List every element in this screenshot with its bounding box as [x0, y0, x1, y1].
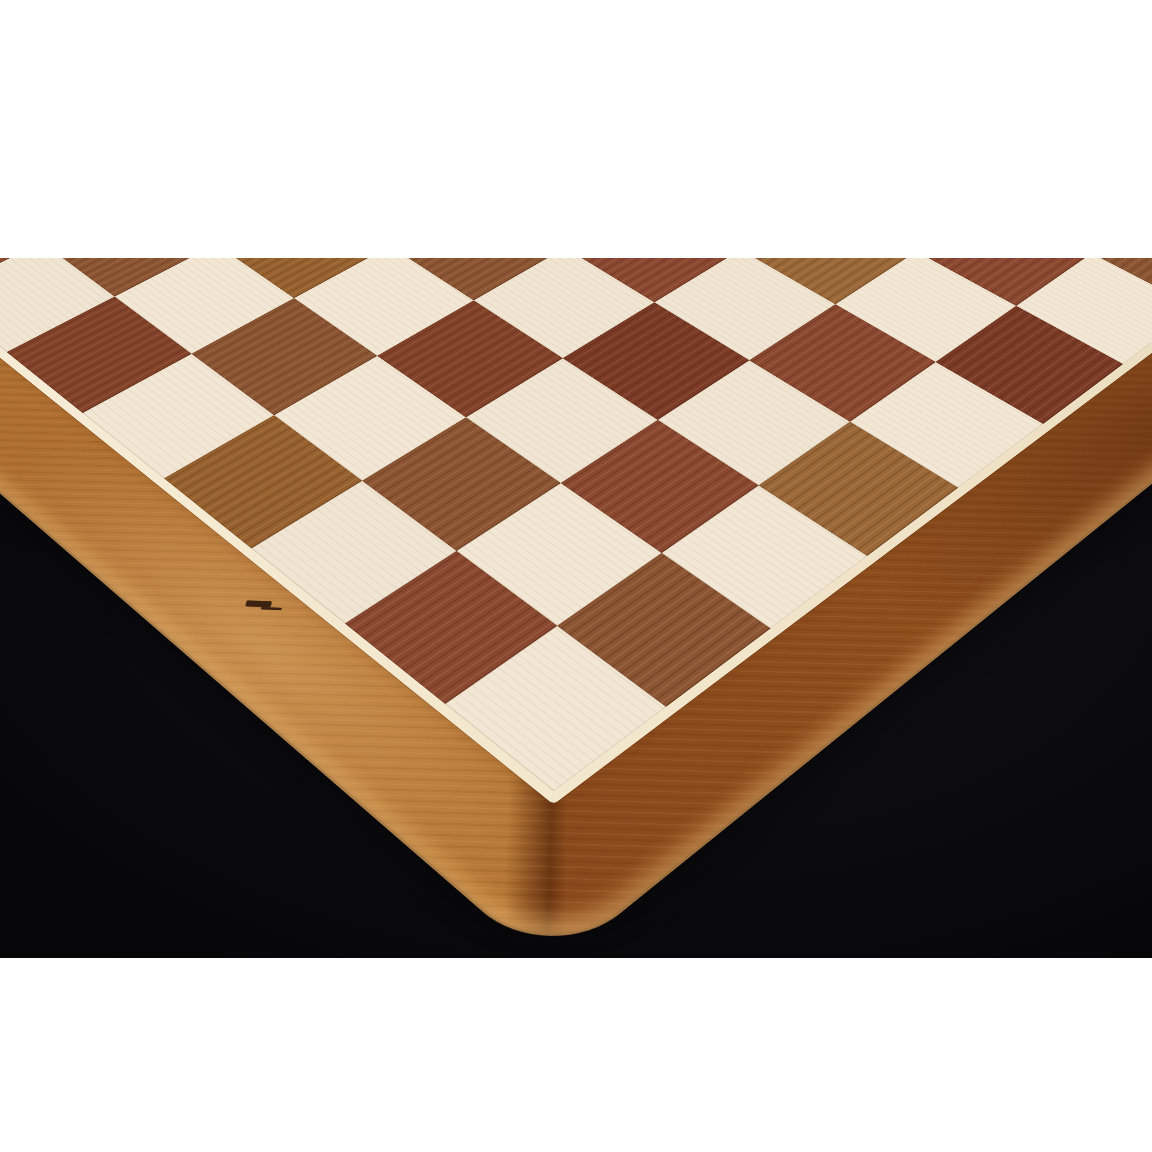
chessboard — [0, 258, 1152, 958]
maple-inlay-line — [0, 258, 1152, 804]
chessboard-photo — [0, 258, 1152, 958]
wood-knot-mark — [245, 600, 272, 607]
perspective-stage — [0, 258, 1152, 955]
playing-field — [0, 258, 1152, 791]
product-photo-canvas — [0, 0, 1152, 1152]
perspective-stretch — [0, 258, 1152, 955]
